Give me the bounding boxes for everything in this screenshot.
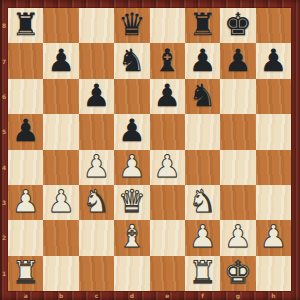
square-b5[interactable] [43,114,78,149]
rank-label: 4 [0,150,8,185]
black-king-piece: ♚ [224,9,252,40]
square-d5[interactable]: ♟ [114,114,149,149]
file-label: c [79,290,114,300]
rank-label: 7 [0,43,8,78]
white-pawn-piece: ♟ [83,151,111,182]
square-f3[interactable]: ♞ [185,185,220,220]
square-e4[interactable]: ♟ [150,150,185,185]
white-knight-piece: ♞ [83,186,111,217]
square-g2[interactable]: ♟ [220,220,255,255]
square-b6[interactable] [43,79,78,114]
black-pawn-piece: ♟ [224,45,252,76]
square-d6[interactable] [114,79,149,114]
square-f6[interactable]: ♞ [185,79,220,114]
square-g1[interactable]: ♚ [220,256,255,291]
white-knight-piece: ♞ [189,186,217,217]
square-e6[interactable]: ♟ [150,79,185,114]
square-d4[interactable]: ♟ [114,150,149,185]
black-knight-piece: ♞ [118,45,146,76]
black-pawn-piece: ♟ [189,45,217,76]
square-a7[interactable] [8,43,43,78]
square-h1[interactable] [256,256,291,291]
square-b4[interactable] [43,150,78,185]
square-f8[interactable]: ♜ [185,8,220,43]
square-e8[interactable] [150,8,185,43]
square-d3[interactable]: ♛ [114,185,149,220]
chess-board: ♜♛♜♚♟♞♝♟♟♟♟♟♞♟♟♟♟♟♟♟♞♛♞♝♟♟♟♜♜♚ [8,8,291,291]
square-h8[interactable] [256,8,291,43]
black-bishop-piece: ♝ [153,45,181,76]
square-e7[interactable]: ♝ [150,43,185,78]
rank-label: 8 [0,8,8,43]
square-a8[interactable]: ♜ [8,8,43,43]
square-c7[interactable] [79,43,114,78]
square-e3[interactable] [150,185,185,220]
square-f4[interactable] [185,150,220,185]
white-pawn-piece: ♟ [189,221,217,252]
square-g3[interactable] [220,185,255,220]
square-g6[interactable] [220,79,255,114]
square-f2[interactable]: ♟ [185,220,220,255]
square-d7[interactable]: ♞ [114,43,149,78]
square-a6[interactable] [8,79,43,114]
square-h4[interactable] [256,150,291,185]
square-c5[interactable] [79,114,114,149]
square-h6[interactable] [256,79,291,114]
black-pawn-piece: ♟ [47,45,75,76]
square-c1[interactable] [79,256,114,291]
file-label: b [43,290,78,300]
black-pawn-piece: ♟ [83,80,111,111]
square-g7[interactable]: ♟ [220,43,255,78]
square-a2[interactable] [8,220,43,255]
black-pawn-piece: ♟ [153,80,181,111]
file-label: e [150,290,185,300]
square-h5[interactable] [256,114,291,149]
square-h2[interactable]: ♟ [256,220,291,255]
rank-label: 1 [0,256,8,291]
square-c4[interactable]: ♟ [79,150,114,185]
square-d2[interactable]: ♝ [114,220,149,255]
white-pawn-piece: ♟ [153,151,181,182]
black-pawn-piece: ♟ [118,115,146,146]
square-c2[interactable] [79,220,114,255]
square-a4[interactable] [8,150,43,185]
square-b7[interactable]: ♟ [43,43,78,78]
square-e1[interactable] [150,256,185,291]
board-frame: ♜♛♜♚♟♞♝♟♟♟♟♟♞♟♟♟♟♟♟♟♞♛♞♝♟♟♟♜♜♚ 8 7 6 5 4… [0,0,300,300]
square-f1[interactable]: ♜ [185,256,220,291]
square-c8[interactable] [79,8,114,43]
square-h3[interactable] [256,185,291,220]
white-pawn-piece: ♟ [259,221,287,252]
black-pawn-piece: ♟ [12,115,40,146]
white-pawn-piece: ♟ [118,151,146,182]
square-f7[interactable]: ♟ [185,43,220,78]
square-g5[interactable] [220,114,255,149]
white-pawn-piece: ♟ [224,221,252,252]
white-rook-piece: ♜ [12,257,40,288]
white-bishop-piece: ♝ [118,221,146,252]
square-e2[interactable] [150,220,185,255]
square-b3[interactable]: ♟ [43,185,78,220]
white-rook-piece: ♜ [189,257,217,288]
black-knight-piece: ♞ [189,80,217,111]
rank-label: 5 [0,114,8,149]
black-rook-piece: ♜ [12,9,40,40]
file-label: f [185,290,220,300]
square-e5[interactable] [150,114,185,149]
square-c6[interactable]: ♟ [79,79,114,114]
rank-label: 2 [0,220,8,255]
square-b2[interactable] [43,220,78,255]
rank-label: 3 [0,185,8,220]
rank-labels: 8 7 6 5 4 3 2 1 [0,8,8,291]
black-queen-piece: ♛ [118,9,146,40]
file-label: g [220,290,255,300]
square-f5[interactable] [185,114,220,149]
square-h7[interactable]: ♟ [256,43,291,78]
square-g4[interactable] [220,150,255,185]
square-d1[interactable] [114,256,149,291]
white-pawn-piece: ♟ [47,186,75,217]
file-label: d [114,290,149,300]
rank-label: 6 [0,79,8,114]
square-d8[interactable]: ♛ [114,8,149,43]
square-a3[interactable]: ♟ [8,185,43,220]
square-g8[interactable]: ♚ [220,8,255,43]
square-a5[interactable]: ♟ [8,114,43,149]
square-a1[interactable]: ♜ [8,256,43,291]
white-pawn-piece: ♟ [12,186,40,217]
white-queen-piece: ♛ [118,186,146,217]
square-b8[interactable] [43,8,78,43]
square-b1[interactable] [43,256,78,291]
square-c3[interactable]: ♞ [79,185,114,220]
file-label: a [8,290,43,300]
black-rook-piece: ♜ [189,9,217,40]
white-king-piece: ♚ [224,257,252,288]
file-labels: a b c d e f g h [8,290,291,300]
black-pawn-piece: ♟ [259,45,287,76]
file-label: h [256,290,291,300]
